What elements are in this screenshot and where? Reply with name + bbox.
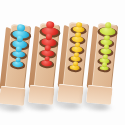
cylinder-knob xyxy=(72,60,77,65)
product-photo xyxy=(0,0,125,125)
block-end-face xyxy=(28,85,55,106)
block-end-face xyxy=(0,86,26,107)
cylinder-knob xyxy=(45,45,51,51)
block-end-face xyxy=(86,85,113,106)
cylinder-knob xyxy=(76,22,82,28)
cylinder-knob xyxy=(101,62,106,67)
cylinder-knob xyxy=(75,32,81,38)
cylinder-knob xyxy=(16,46,22,52)
cylinder-knob xyxy=(104,35,110,41)
block-end-face xyxy=(57,84,84,105)
cylinder-knob xyxy=(102,53,107,58)
cylinder-knob xyxy=(73,51,78,56)
